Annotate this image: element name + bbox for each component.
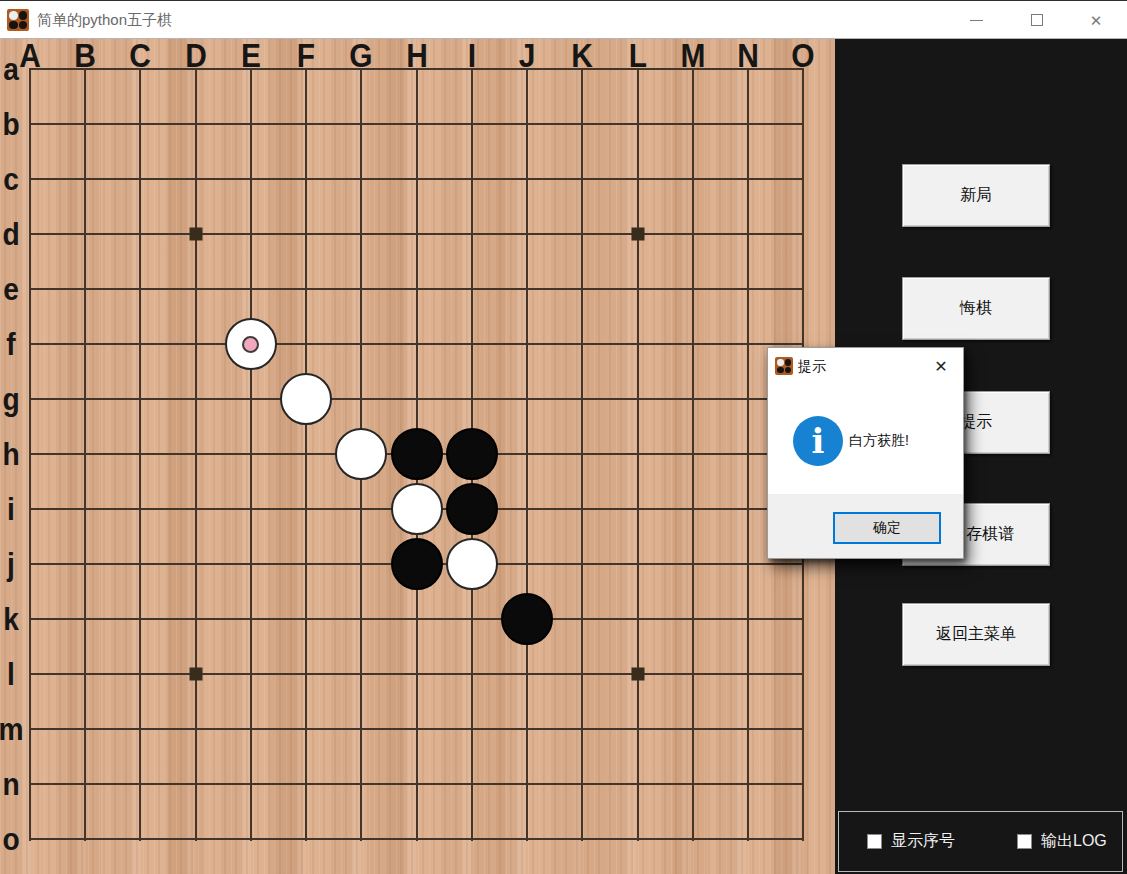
stone-white-Gh: [335, 428, 387, 480]
grid-line-row-c: [29, 178, 804, 180]
checkbox-group-2[interactable]: 输出LOG: [1017, 812, 1107, 871]
side-button-2[interactable]: 悔棋: [902, 277, 1050, 340]
row-label-l: l: [7, 656, 15, 693]
row-label-b: b: [2, 106, 19, 143]
close-icon: ✕: [1090, 13, 1103, 28]
dialog-close-icon: ✕: [934, 357, 947, 376]
row-label-e: e: [3, 271, 19, 308]
title-bar: 简单的python五子棋 ✕: [0, 1, 1127, 39]
dialog-message: 白方获胜!: [849, 420, 909, 462]
maximize-icon: [1031, 14, 1043, 26]
dialog-close-button[interactable]: ✕: [919, 348, 963, 384]
grid-line-col-M: [692, 69, 694, 841]
app-icon: [7, 9, 29, 31]
minimize-icon: [970, 20, 983, 21]
col-label-O: O: [792, 36, 815, 75]
checkbox-2[interactable]: [1017, 834, 1032, 849]
star-point-Ll: [631, 668, 644, 681]
stone-white-Ef: [225, 318, 277, 370]
grid-line-col-E: [250, 69, 252, 841]
star-point-Dd: [189, 228, 202, 241]
col-label-F: F: [297, 36, 315, 75]
row-label-d: d: [2, 216, 19, 253]
side-button-1[interactable]: 新局: [902, 164, 1050, 227]
grid-line-row-m: [29, 728, 804, 730]
checkbox-1[interactable]: [867, 834, 882, 849]
row-label-o: o: [2, 821, 19, 858]
grid-line-row-d: [29, 233, 804, 235]
row-label-h: h: [2, 436, 19, 473]
checkbox-label-1: 显示序号: [891, 831, 955, 852]
stone-black-Hh: [391, 428, 443, 480]
grid-line-row-f: [29, 343, 804, 345]
row-label-k: k: [3, 601, 19, 638]
message-dialog: 提示 ✕ i 白方获胜! 确定: [767, 347, 964, 559]
grid-line-row-o: [29, 838, 804, 840]
row-label-j: j: [7, 546, 15, 583]
info-icon: i: [793, 416, 843, 466]
dialog-app-icon: [775, 357, 793, 375]
grid-line-col-K: [581, 69, 583, 841]
col-label-L: L: [628, 36, 646, 75]
grid-line-row-e: [29, 288, 804, 290]
row-label-i: i: [7, 491, 15, 528]
grid-line-row-k: [29, 618, 804, 620]
row-label-a: a: [3, 51, 19, 88]
dialog-title-bar: 提示 ✕: [768, 348, 963, 384]
checkbox-group-1[interactable]: 显示序号: [867, 812, 955, 871]
col-label-M: M: [680, 36, 705, 75]
checkbox-label-2: 输出LOG: [1041, 831, 1107, 852]
col-label-B: B: [74, 36, 96, 75]
star-point-Ld: [631, 228, 644, 241]
grid-line-col-C: [139, 69, 141, 841]
grid-line-row-l: [29, 673, 804, 675]
col-label-C: C: [130, 36, 152, 75]
col-label-N: N: [737, 36, 759, 75]
col-label-D: D: [185, 36, 207, 75]
close-button[interactable]: ✕: [1073, 1, 1119, 39]
col-label-I: I: [468, 36, 476, 75]
stone-white-Hi: [391, 483, 443, 535]
stone-white-Fg: [280, 373, 332, 425]
options-panel: 显示序号输出LOG: [838, 811, 1123, 872]
stone-white-Ij: [446, 538, 498, 590]
last-move-marker: [242, 336, 259, 353]
dialog-body: i 白方获胜!: [768, 384, 963, 496]
row-label-m: m: [0, 711, 24, 748]
stone-black-Hj: [391, 538, 443, 590]
row-label-g: g: [2, 381, 19, 418]
grid-line-row-b: [29, 123, 804, 125]
grid-line-col-L: [637, 69, 639, 841]
row-label-f: f: [6, 326, 15, 363]
gomoku-board[interactable]: ABCDEFGHIJKLMNOabcdefghijklmno: [0, 39, 835, 874]
grid-line-col-J: [526, 69, 528, 841]
window-title: 简单的python五子棋: [37, 11, 172, 30]
stone-black-Ih: [446, 428, 498, 480]
grid-line-col-A: [29, 69, 31, 841]
grid-line-row-g: [29, 398, 804, 400]
col-label-H: H: [406, 36, 428, 75]
col-label-A: A: [19, 36, 41, 75]
stone-black-Ii: [446, 483, 498, 535]
maximize-button[interactable]: [1014, 1, 1060, 39]
row-label-c: c: [3, 161, 19, 198]
grid-line-row-n: [29, 783, 804, 785]
side-button-5[interactable]: 返回主菜单: [902, 603, 1050, 666]
ok-button[interactable]: 确定: [833, 512, 941, 544]
dialog-title: 提示: [798, 358, 826, 376]
row-label-n: n: [2, 766, 19, 803]
grid-line-col-B: [84, 69, 86, 841]
grid-line-col-F: [305, 69, 307, 841]
minimize-button[interactable]: [953, 1, 999, 39]
col-label-E: E: [241, 36, 261, 75]
stone-black-Jk: [501, 593, 553, 645]
grid-line-col-D: [195, 69, 197, 841]
col-label-G: G: [350, 36, 373, 75]
dialog-footer: 确定: [768, 494, 963, 558]
grid-line-col-N: [747, 69, 749, 841]
col-label-J: J: [519, 36, 536, 75]
app-window: 简单的python五子棋 ✕ ABCDEFGHIJKLMNOabcdefghij…: [0, 0, 1127, 874]
col-label-K: K: [571, 36, 593, 75]
star-point-Dl: [189, 668, 202, 681]
